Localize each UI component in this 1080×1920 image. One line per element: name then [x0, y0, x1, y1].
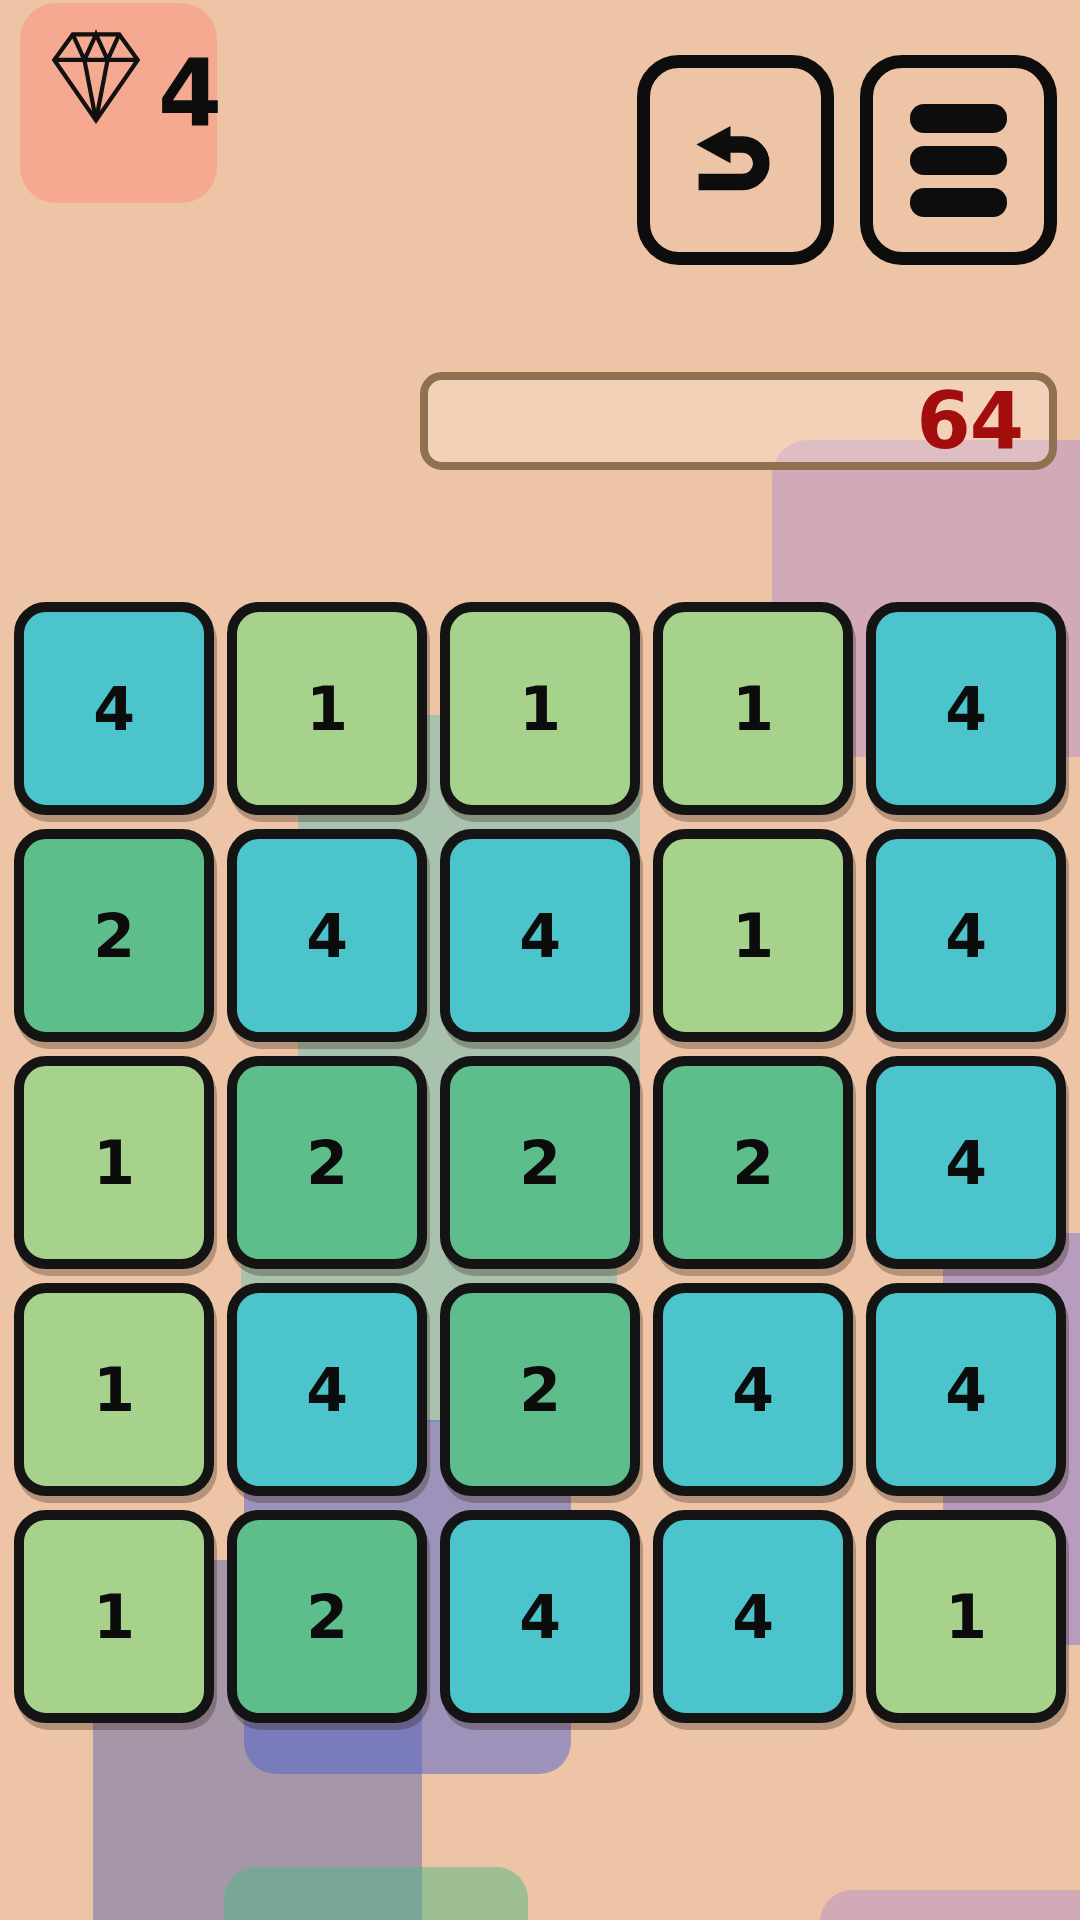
- tile-r2c3-value-4[interactable]: 4: [440, 829, 640, 1042]
- tile-r2c4-value-1[interactable]: 1: [653, 829, 853, 1042]
- game-board[interactable]: 4111424414122241424412441: [14, 602, 1066, 1723]
- tile-r4c4-value-4[interactable]: 4: [653, 1283, 853, 1496]
- menu-bar: [910, 188, 1007, 217]
- undo-icon: [681, 105, 791, 215]
- tile-r5c5-value-1[interactable]: 1: [866, 1510, 1066, 1723]
- tile-r4c3-value-2[interactable]: 2: [440, 1283, 640, 1496]
- tile-r5c1-value-1[interactable]: 1: [14, 1510, 214, 1723]
- tile-r3c2-value-2[interactable]: 2: [227, 1056, 427, 1269]
- menu-button[interactable]: [860, 55, 1057, 265]
- tile-r5c3-value-4[interactable]: 4: [440, 1510, 640, 1723]
- tile-r4c5-value-4[interactable]: 4: [866, 1283, 1066, 1496]
- tile-r3c1-value-1[interactable]: 1: [14, 1056, 214, 1269]
- score-value: 64: [916, 382, 1049, 460]
- bg-shape-green-bottom: [224, 1867, 528, 1920]
- gem-count: 4: [158, 48, 220, 140]
- menu-icon: [910, 104, 1007, 217]
- tile-r2c5-value-4[interactable]: 4: [866, 829, 1066, 1042]
- tile-r2c1-value-2[interactable]: 2: [14, 829, 214, 1042]
- bg-shape-mauve-bottom-right: [820, 1890, 1080, 1920]
- gem-icon: [38, 19, 154, 131]
- tile-r1c4-value-1[interactable]: 1: [653, 602, 853, 815]
- tile-r5c4-value-4[interactable]: 4: [653, 1510, 853, 1723]
- tile-r1c5-value-4[interactable]: 4: [866, 602, 1066, 815]
- undo-button[interactable]: [637, 55, 834, 265]
- tile-r1c1-value-4[interactable]: 4: [14, 602, 214, 815]
- score-bar: 64: [420, 372, 1057, 470]
- menu-bar: [910, 104, 1007, 133]
- tile-r4c1-value-1[interactable]: 1: [14, 1283, 214, 1496]
- tile-r2c2-value-4[interactable]: 4: [227, 829, 427, 1042]
- tile-r3c3-value-2[interactable]: 2: [440, 1056, 640, 1269]
- tile-r4c2-value-4[interactable]: 4: [227, 1283, 427, 1496]
- menu-bar: [910, 146, 1007, 175]
- tile-r1c3-value-1[interactable]: 1: [440, 602, 640, 815]
- tile-r5c2-value-2[interactable]: 2: [227, 1510, 427, 1723]
- tile-r3c4-value-2[interactable]: 2: [653, 1056, 853, 1269]
- tile-r1c2-value-1[interactable]: 1: [227, 602, 427, 815]
- tile-r3c5-value-4[interactable]: 4: [866, 1056, 1066, 1269]
